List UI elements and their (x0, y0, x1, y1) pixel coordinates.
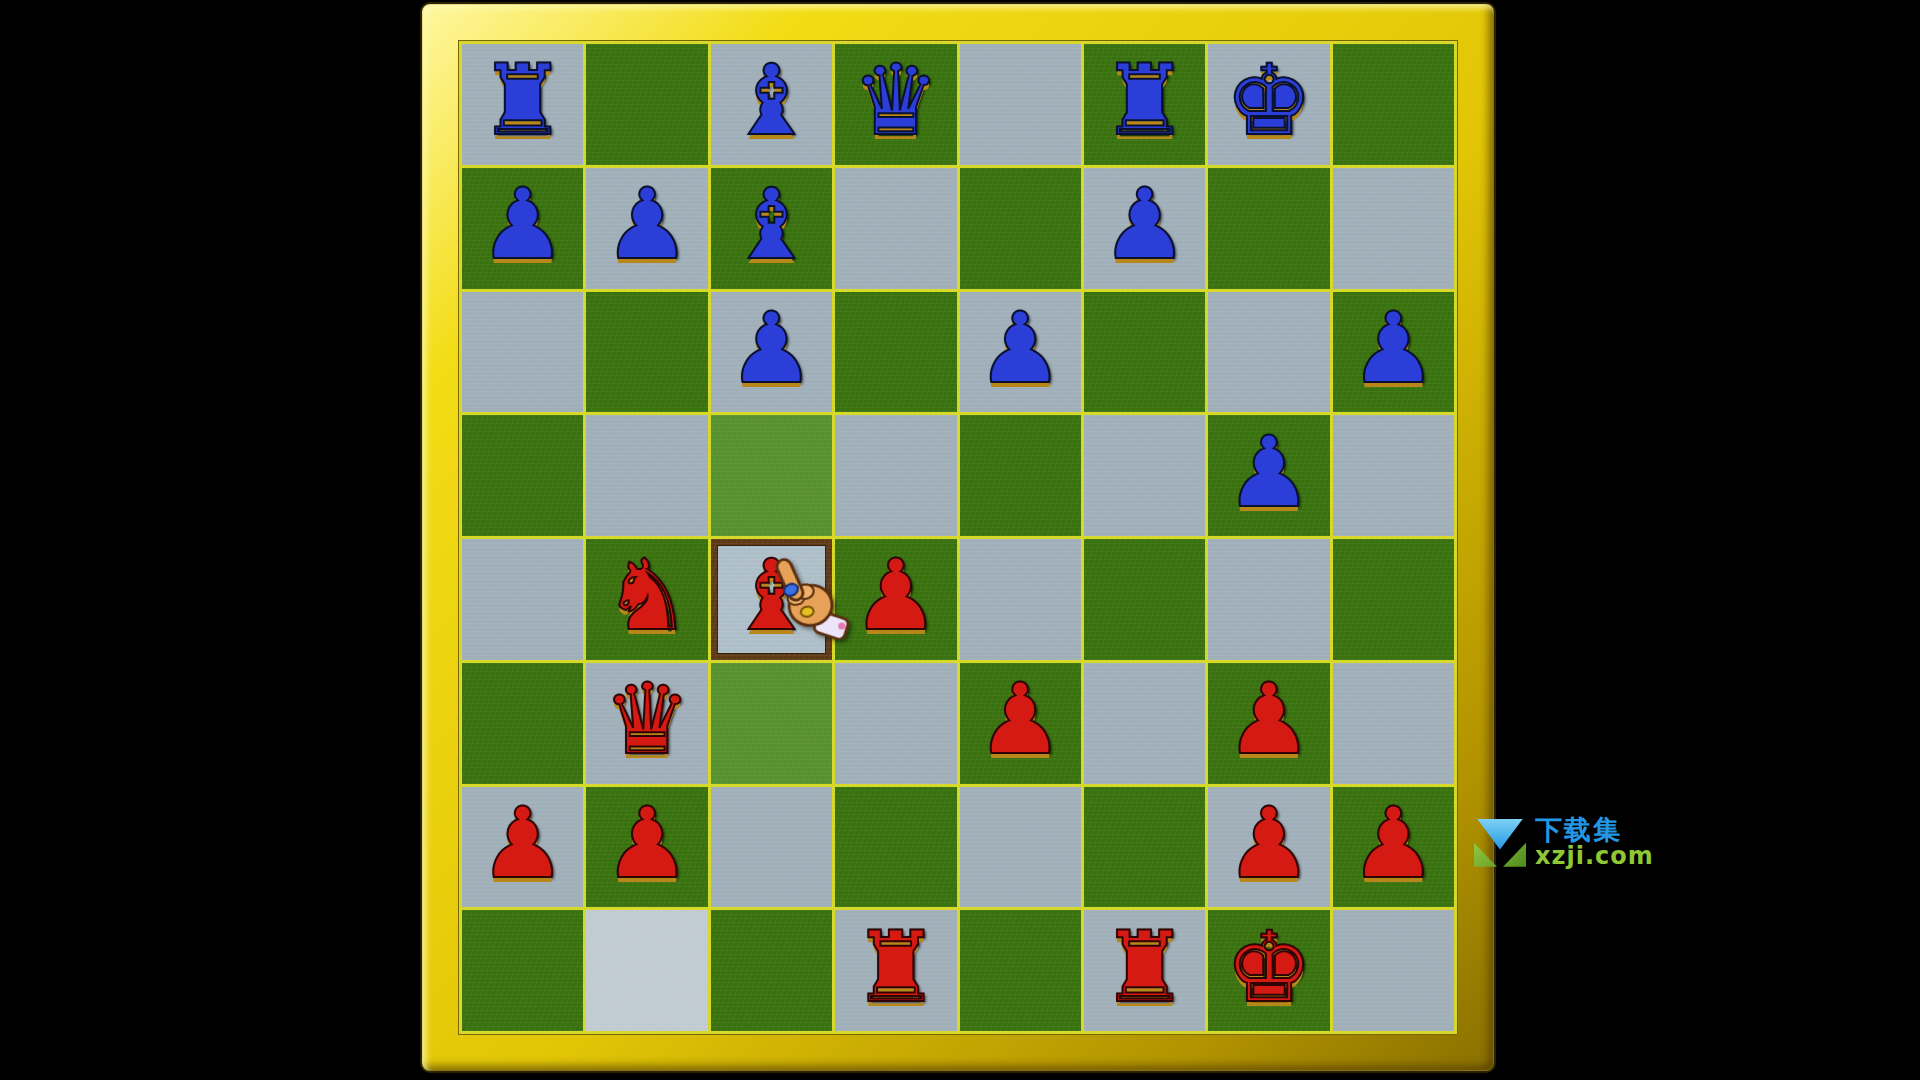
square-f7[interactable]: ♟ (1084, 168, 1205, 289)
piece-red-pawn[interactable]: ♟ (603, 794, 691, 892)
square-f3[interactable] (1084, 663, 1205, 784)
square-a5[interactable] (462, 415, 583, 536)
square-g2[interactable]: ♟ (1208, 787, 1329, 908)
square-b5[interactable] (586, 415, 707, 536)
square-c3[interactable] (711, 663, 832, 784)
square-h7[interactable] (1333, 168, 1454, 289)
chess-board: ♜♝♛♜♚♟♟♝♟♟♟♟♟♞♝ ♟♛♟♟♟♟♟♟♜♜♚ (458, 40, 1458, 1035)
square-d4[interactable]: ♟ (835, 539, 956, 660)
square-f2[interactable] (1084, 787, 1205, 908)
square-e2[interactable] (960, 787, 1081, 908)
square-d6[interactable] (835, 292, 956, 413)
square-a8[interactable]: ♜ (462, 44, 583, 165)
square-a6[interactable] (462, 292, 583, 413)
piece-blue-pawn[interactable]: ♟ (976, 299, 1064, 397)
square-b6[interactable] (586, 292, 707, 413)
square-h6[interactable]: ♟ (1333, 292, 1454, 413)
square-c8[interactable]: ♝ (711, 44, 832, 165)
square-g1[interactable]: ♚ (1208, 910, 1329, 1031)
square-h8[interactable] (1333, 44, 1454, 165)
square-e1[interactable] (960, 910, 1081, 1031)
square-b1[interactable] (586, 910, 707, 1031)
square-b8[interactable] (586, 44, 707, 165)
square-h2[interactable]: ♟ (1333, 787, 1454, 908)
square-d5[interactable] (835, 415, 956, 536)
square-f6[interactable] (1084, 292, 1205, 413)
watermark-logo-icon (1474, 819, 1526, 867)
square-a3[interactable] (462, 663, 583, 784)
watermark-domain: xzji.com (1535, 844, 1654, 869)
square-e5[interactable] (960, 415, 1081, 536)
piece-blue-bishop[interactable]: ♝ (728, 51, 816, 149)
square-d7[interactable] (835, 168, 956, 289)
piece-red-pawn[interactable]: ♟ (1349, 794, 1437, 892)
piece-blue-pawn[interactable]: ♟ (1101, 175, 1189, 273)
square-a7[interactable]: ♟ (462, 168, 583, 289)
square-f8[interactable]: ♜ (1084, 44, 1205, 165)
square-c6[interactable]: ♟ (711, 292, 832, 413)
square-c7[interactable]: ♝ (711, 168, 832, 289)
piece-blue-pawn[interactable]: ♟ (1225, 423, 1313, 521)
square-g5[interactable]: ♟ (1208, 415, 1329, 536)
game-screen: ♜♝♛♜♚♟♟♝♟♟♟♟♟♞♝ ♟♛♟♟♟♟♟♟♜♜♚ 下载集 xzji.com (0, 0, 1920, 1080)
square-b7[interactable]: ♟ (586, 168, 707, 289)
square-e7[interactable] (960, 168, 1081, 289)
square-c1[interactable] (711, 910, 832, 1031)
piece-blue-bishop[interactable]: ♝ (728, 175, 816, 273)
piece-blue-pawn[interactable]: ♟ (728, 299, 816, 397)
chess-board-frame: ♜♝♛♜♚♟♟♝♟♟♟♟♟♞♝ ♟♛♟♟♟♟♟♟♜♜♚ (420, 2, 1496, 1073)
piece-red-pawn[interactable]: ♟ (479, 794, 567, 892)
piece-blue-queen[interactable]: ♛ (852, 51, 940, 149)
square-e4[interactable] (960, 539, 1081, 660)
watermark-text: 下载集 xzji.com (1535, 816, 1654, 870)
piece-red-pawn[interactable]: ♟ (1225, 670, 1313, 768)
piece-red-rook[interactable]: ♜ (1101, 918, 1189, 1016)
square-a2[interactable]: ♟ (462, 787, 583, 908)
square-f5[interactable] (1084, 415, 1205, 536)
square-h1[interactable] (1333, 910, 1454, 1031)
piece-red-bishop[interactable]: ♝ (728, 546, 816, 644)
piece-red-king[interactable]: ♚ (1225, 918, 1313, 1016)
square-f4[interactable] (1084, 539, 1205, 660)
square-d3[interactable] (835, 663, 956, 784)
piece-red-pawn[interactable]: ♟ (976, 670, 1064, 768)
square-c4[interactable]: ♝ (711, 539, 832, 660)
square-e8[interactable] (960, 44, 1081, 165)
square-g4[interactable] (1208, 539, 1329, 660)
square-c5[interactable] (711, 415, 832, 536)
piece-blue-pawn[interactable]: ♟ (479, 175, 567, 273)
piece-blue-rook[interactable]: ♜ (1101, 51, 1189, 149)
piece-blue-pawn[interactable]: ♟ (1349, 299, 1437, 397)
piece-red-queen[interactable]: ♛ (603, 670, 691, 768)
piece-blue-king[interactable]: ♚ (1225, 51, 1313, 149)
square-f1[interactable]: ♜ (1084, 910, 1205, 1031)
square-e6[interactable]: ♟ (960, 292, 1081, 413)
piece-red-rook[interactable]: ♜ (852, 918, 940, 1016)
square-b4[interactable]: ♞ (586, 539, 707, 660)
square-d1[interactable]: ♜ (835, 910, 956, 1031)
square-a1[interactable] (462, 910, 583, 1031)
square-b3[interactable]: ♛ (586, 663, 707, 784)
square-e3[interactable]: ♟ (960, 663, 1081, 784)
square-d8[interactable]: ♛ (835, 44, 956, 165)
piece-blue-pawn[interactable]: ♟ (603, 175, 691, 273)
piece-blue-rook[interactable]: ♜ (479, 51, 567, 149)
square-b2[interactable]: ♟ (586, 787, 707, 908)
square-g3[interactable]: ♟ (1208, 663, 1329, 784)
square-h3[interactable] (1333, 663, 1454, 784)
square-c2[interactable] (711, 787, 832, 908)
square-d2[interactable] (835, 787, 956, 908)
piece-red-pawn[interactable]: ♟ (1225, 794, 1313, 892)
square-g8[interactable]: ♚ (1208, 44, 1329, 165)
square-h5[interactable] (1333, 415, 1454, 536)
watermark-title: 下载集 (1535, 816, 1654, 844)
piece-red-pawn[interactable]: ♟ (852, 546, 940, 644)
square-g7[interactable] (1208, 168, 1329, 289)
square-g6[interactable] (1208, 292, 1329, 413)
square-a4[interactable] (462, 539, 583, 660)
piece-red-knight[interactable]: ♞ (603, 546, 691, 644)
watermark: 下载集 xzji.com (1474, 816, 1654, 870)
square-h4[interactable] (1333, 539, 1454, 660)
